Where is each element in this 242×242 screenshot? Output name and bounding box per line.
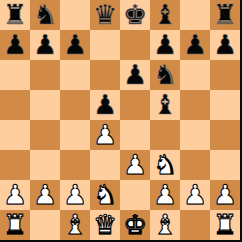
square-e4[interactable]: [120, 120, 150, 150]
square-a5[interactable]: [0, 90, 30, 120]
white-pawn-icon: ♟: [63, 181, 87, 208]
square-b1[interactable]: [30, 210, 60, 240]
square-b8[interactable]: ♞: [30, 0, 60, 30]
white-pawn-icon: ♟: [153, 181, 177, 208]
white-pawn-icon: ♟: [93, 121, 117, 148]
square-d3[interactable]: [90, 150, 120, 180]
square-e3[interactable]: ♟: [120, 150, 150, 180]
square-h4[interactable]: [210, 120, 240, 150]
square-f1[interactable]: ♝: [150, 210, 180, 240]
square-g4[interactable]: [180, 120, 210, 150]
black-pawn-icon: ♟: [3, 31, 27, 58]
white-pawn-icon: ♟: [213, 181, 237, 208]
black-rook-icon: ♜: [213, 1, 237, 28]
square-f7[interactable]: ♟: [150, 30, 180, 60]
square-g6[interactable]: [180, 60, 210, 90]
square-e5[interactable]: [120, 90, 150, 120]
square-f2[interactable]: ♟: [150, 180, 180, 210]
square-c8[interactable]: [60, 0, 90, 30]
square-d6[interactable]: [90, 60, 120, 90]
white-knight-icon: ♞: [153, 151, 177, 178]
square-h5[interactable]: [210, 90, 240, 120]
white-knight-icon: ♞: [93, 181, 117, 208]
square-f3[interactable]: ♞: [150, 150, 180, 180]
square-g2[interactable]: ♟: [180, 180, 210, 210]
black-king-icon: ♚: [123, 1, 147, 28]
square-f8[interactable]: ♝: [150, 0, 180, 30]
black-bishop-icon: ♝: [153, 91, 177, 118]
chess-board: ♜♞♛♚♝♜♟♟♟♟♟♟♟♞♟♝♟♟♞♟♟♟♞♟♟♟♜♝♛♚♝♜: [0, 0, 242, 242]
square-a1[interactable]: ♜: [0, 210, 30, 240]
square-b3[interactable]: [30, 150, 60, 180]
square-d5[interactable]: ♟: [90, 90, 120, 120]
black-pawn-icon: ♟: [33, 31, 57, 58]
square-g7[interactable]: ♟: [180, 30, 210, 60]
square-b2[interactable]: ♟: [30, 180, 60, 210]
square-a8[interactable]: ♜: [0, 0, 30, 30]
square-a7[interactable]: ♟: [0, 30, 30, 60]
square-e8[interactable]: ♚: [120, 0, 150, 30]
white-bishop-icon: ♝: [153, 211, 177, 238]
black-knight-icon: ♞: [33, 1, 57, 28]
square-b6[interactable]: [30, 60, 60, 90]
square-a4[interactable]: [0, 120, 30, 150]
square-g3[interactable]: [180, 150, 210, 180]
square-g8[interactable]: [180, 0, 210, 30]
black-queen-icon: ♛: [93, 1, 117, 28]
white-queen-icon: ♛: [93, 211, 117, 238]
black-knight-icon: ♞: [153, 61, 177, 88]
square-a2[interactable]: ♟: [0, 180, 30, 210]
white-bishop-icon: ♝: [63, 211, 87, 238]
square-f4[interactable]: [150, 120, 180, 150]
square-h1[interactable]: ♜: [210, 210, 240, 240]
white-pawn-icon: ♟: [33, 181, 57, 208]
white-rook-icon: ♜: [3, 211, 27, 238]
white-pawn-icon: ♟: [3, 181, 27, 208]
black-pawn-icon: ♟: [123, 61, 147, 88]
square-e6[interactable]: ♟: [120, 60, 150, 90]
white-pawn-icon: ♟: [123, 151, 147, 178]
square-a6[interactable]: [0, 60, 30, 90]
square-e2[interactable]: [120, 180, 150, 210]
square-c1[interactable]: ♝: [60, 210, 90, 240]
square-c6[interactable]: [60, 60, 90, 90]
black-pawn-icon: ♟: [63, 31, 87, 58]
black-rook-icon: ♜: [3, 1, 27, 28]
square-f6[interactable]: ♞: [150, 60, 180, 90]
square-c5[interactable]: [60, 90, 90, 120]
square-d4[interactable]: ♟: [90, 120, 120, 150]
square-b5[interactable]: [30, 90, 60, 120]
white-pawn-icon: ♟: [183, 181, 207, 208]
square-b7[interactable]: ♟: [30, 30, 60, 60]
square-h8[interactable]: ♜: [210, 0, 240, 30]
square-c3[interactable]: [60, 150, 90, 180]
square-c2[interactable]: ♟: [60, 180, 90, 210]
square-d7[interactable]: [90, 30, 120, 60]
square-h2[interactable]: ♟: [210, 180, 240, 210]
square-g5[interactable]: [180, 90, 210, 120]
square-c7[interactable]: ♟: [60, 30, 90, 60]
black-pawn-icon: ♟: [93, 91, 117, 118]
square-h7[interactable]: ♟: [210, 30, 240, 60]
white-king-icon: ♚: [123, 211, 147, 238]
square-c4[interactable]: [60, 120, 90, 150]
black-pawn-icon: ♟: [183, 31, 207, 58]
black-pawn-icon: ♟: [153, 31, 177, 58]
square-h3[interactable]: [210, 150, 240, 180]
square-e1[interactable]: ♚: [120, 210, 150, 240]
white-rook-icon: ♜: [213, 211, 237, 238]
square-a3[interactable]: [0, 150, 30, 180]
black-pawn-icon: ♟: [213, 31, 237, 58]
square-h6[interactable]: [210, 60, 240, 90]
square-g1[interactable]: [180, 210, 210, 240]
black-bishop-icon: ♝: [153, 1, 177, 28]
square-e7[interactable]: [120, 30, 150, 60]
square-f5[interactable]: ♝: [150, 90, 180, 120]
square-d2[interactable]: ♞: [90, 180, 120, 210]
square-d8[interactable]: ♛: [90, 0, 120, 30]
square-b4[interactable]: [30, 120, 60, 150]
square-d1[interactable]: ♛: [90, 210, 120, 240]
